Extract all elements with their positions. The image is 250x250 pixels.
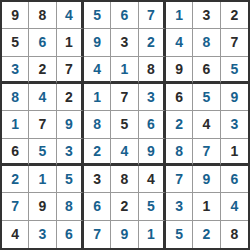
cell-r2c9[interactable]: 7 [221, 29, 248, 56]
cell-r9c1[interactable]: 4 [2, 221, 29, 248]
cell-r4c1[interactable]: 8 [2, 84, 29, 111]
cell-r6c7[interactable]: 8 [166, 139, 193, 166]
cell-r2c1[interactable]: 5 [2, 29, 29, 56]
cell-r2c8[interactable]: 8 [193, 29, 220, 56]
cell-r1c2[interactable]: 8 [29, 2, 56, 29]
cell-r5c5[interactable]: 5 [111, 111, 138, 138]
cell-r7c4[interactable]: 3 [84, 166, 111, 193]
cell-r2c5[interactable]: 3 [111, 29, 138, 56]
cell-r9c4[interactable]: 7 [84, 221, 111, 248]
cell-r1c5[interactable]: 6 [111, 2, 138, 29]
cell-r9c2[interactable]: 3 [29, 221, 56, 248]
cell-r2c2[interactable]: 6 [29, 29, 56, 56]
cell-r4c4[interactable]: 1 [84, 84, 111, 111]
cell-r9c9[interactable]: 8 [221, 221, 248, 248]
cell-r6c9[interactable]: 1 [221, 139, 248, 166]
cell-r3c5[interactable]: 1 [111, 57, 138, 84]
cell-r7c5[interactable]: 8 [111, 166, 138, 193]
cell-r7c9[interactable]: 6 [221, 166, 248, 193]
cell-r3c4[interactable]: 4 [84, 57, 111, 84]
cell-r4c6[interactable]: 3 [139, 84, 166, 111]
cell-r8c8[interactable]: 1 [193, 193, 220, 220]
cell-r3c2[interactable]: 2 [29, 57, 56, 84]
cell-r1c3[interactable]: 4 [57, 2, 84, 29]
cell-r6c1[interactable]: 6 [2, 139, 29, 166]
cell-r2c7[interactable]: 4 [166, 29, 193, 56]
cell-r2c4[interactable]: 9 [84, 29, 111, 56]
cell-r1c9[interactable]: 2 [221, 2, 248, 29]
cell-r1c7[interactable]: 1 [166, 2, 193, 29]
cell-r5c7[interactable]: 2 [166, 111, 193, 138]
cell-r7c1[interactable]: 2 [2, 166, 29, 193]
cell-r7c6[interactable]: 4 [139, 166, 166, 193]
cell-r3c9[interactable]: 5 [221, 57, 248, 84]
cell-r8c5[interactable]: 2 [111, 193, 138, 220]
cell-r5c3[interactable]: 9 [57, 111, 84, 138]
cell-r6c8[interactable]: 7 [193, 139, 220, 166]
cell-r9c7[interactable]: 5 [166, 221, 193, 248]
cell-r1c1[interactable]: 9 [2, 2, 29, 29]
cell-r4c7[interactable]: 6 [166, 84, 193, 111]
cell-r8c3[interactable]: 8 [57, 193, 84, 220]
cell-r6c5[interactable]: 4 [111, 139, 138, 166]
cell-r7c7[interactable]: 7 [166, 166, 193, 193]
cell-r1c8[interactable]: 3 [193, 2, 220, 29]
cell-r2c3[interactable]: 1 [57, 29, 84, 56]
cell-r6c2[interactable]: 5 [29, 139, 56, 166]
cell-r4c3[interactable]: 2 [57, 84, 84, 111]
cell-r9c3[interactable]: 6 [57, 221, 84, 248]
cell-r5c8[interactable]: 4 [193, 111, 220, 138]
cell-r5c6[interactable]: 6 [139, 111, 166, 138]
cell-r3c6[interactable]: 8 [139, 57, 166, 84]
cell-r8c7[interactable]: 3 [166, 193, 193, 220]
cell-r8c6[interactable]: 5 [139, 193, 166, 220]
cell-r4c9[interactable]: 9 [221, 84, 248, 111]
cell-r9c8[interactable]: 2 [193, 221, 220, 248]
cell-r8c4[interactable]: 6 [84, 193, 111, 220]
cell-r1c6[interactable]: 7 [139, 2, 166, 29]
cell-r9c6[interactable]: 1 [139, 221, 166, 248]
cell-r6c6[interactable]: 9 [139, 139, 166, 166]
cell-r1c4[interactable]: 5 [84, 2, 111, 29]
cell-r4c8[interactable]: 5 [193, 84, 220, 111]
cell-r2c6[interactable]: 2 [139, 29, 166, 56]
cell-r7c8[interactable]: 9 [193, 166, 220, 193]
cell-r4c2[interactable]: 4 [29, 84, 56, 111]
cell-r8c2[interactable]: 9 [29, 193, 56, 220]
cell-r5c1[interactable]: 1 [2, 111, 29, 138]
cell-r3c8[interactable]: 6 [193, 57, 220, 84]
cell-r3c7[interactable]: 9 [166, 57, 193, 84]
cell-r6c4[interactable]: 2 [84, 139, 111, 166]
cell-r7c3[interactable]: 5 [57, 166, 84, 193]
cell-r5c9[interactable]: 3 [221, 111, 248, 138]
cell-r8c9[interactable]: 4 [221, 193, 248, 220]
cell-r9c5[interactable]: 9 [111, 221, 138, 248]
cell-r3c1[interactable]: 3 [2, 57, 29, 84]
cell-r7c2[interactable]: 1 [29, 166, 56, 193]
cell-r3c3[interactable]: 7 [57, 57, 84, 84]
cell-r4c5[interactable]: 7 [111, 84, 138, 111]
sudoku-board: 9845671325619324873274189658421736591798… [0, 0, 250, 250]
cell-r5c4[interactable]: 8 [84, 111, 111, 138]
cell-r6c3[interactable]: 3 [57, 139, 84, 166]
cell-r5c2[interactable]: 7 [29, 111, 56, 138]
cell-r8c1[interactable]: 7 [2, 193, 29, 220]
